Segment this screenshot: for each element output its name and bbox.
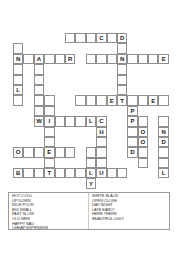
crossword-cell-empty[interactable] — [75, 116, 85, 126]
crossword-cell-letter[interactable]: N — [158, 127, 168, 137]
crossword-cell-empty[interactable] — [96, 137, 106, 147]
crossword-cell-empty[interactable] — [55, 168, 65, 178]
crossword-cell-empty[interactable] — [127, 54, 137, 64]
crossword-cell-empty[interactable] — [107, 54, 117, 64]
crossword-cell-letter[interactable]: E — [44, 147, 54, 157]
crossword-cell-empty[interactable] — [158, 95, 168, 105]
crossword-cell-letter[interactable]: U — [96, 168, 106, 178]
crossword-cell-empty[interactable] — [117, 168, 127, 178]
word-list-item: CHEAP EXPENSIVE — [12, 226, 88, 231]
crossword-cell-empty[interactable] — [96, 95, 106, 105]
crossword-cell-empty[interactable] — [117, 43, 127, 53]
crossword-cell-empty[interactable] — [86, 33, 96, 43]
crossword-cell-empty[interactable] — [55, 147, 65, 157]
crossword-cell-empty[interactable] — [13, 95, 23, 105]
crossword-cell-empty[interactable] — [127, 95, 137, 105]
crossword-cell-empty[interactable] — [55, 54, 65, 64]
crossword-cell-empty[interactable] — [75, 33, 85, 43]
crossword-cell-empty[interactable] — [158, 147, 168, 157]
crossword-cell-letter[interactable]: L — [158, 168, 168, 178]
crossword-cell-letter[interactable]: C — [96, 33, 106, 43]
crossword-cell-letter[interactable]: L — [86, 116, 96, 126]
crossword-cell-letter[interactable]: C — [96, 116, 106, 126]
crossword-cell-empty[interactable] — [23, 168, 33, 178]
crossword-cell-empty[interactable] — [96, 158, 106, 168]
crossword-cell-empty[interactable] — [44, 95, 54, 105]
crossword-cell-letter[interactable]: L — [13, 85, 23, 95]
crossword-cell-empty[interactable] — [34, 168, 44, 178]
crossword-cell-empty[interactable] — [13, 75, 23, 85]
crossword-cell-empty[interactable] — [34, 85, 44, 95]
crossword-cell-empty[interactable] — [65, 116, 75, 126]
crossword-cell-letter[interactable]: E — [158, 54, 168, 64]
crossword-cell-letter[interactable]: T — [44, 168, 54, 178]
crossword-cell-letter[interactable]: E — [148, 95, 158, 105]
crossword-cell-empty[interactable] — [117, 75, 127, 85]
crossword-cell-empty[interactable] — [138, 54, 148, 64]
crossword-cell-empty[interactable] — [138, 147, 148, 157]
crossword-cell-empty[interactable] — [34, 64, 44, 74]
crossword-cell-empty[interactable] — [55, 116, 65, 126]
crossword-cell-letter[interactable]: A — [34, 54, 44, 64]
crossword-cell-empty[interactable] — [127, 127, 137, 137]
crossword-cell-letter[interactable]: O — [13, 147, 23, 157]
crossword-cell-empty[interactable] — [13, 43, 23, 53]
crossword-cell-empty[interactable] — [44, 106, 54, 116]
crossword-cell-empty[interactable] — [96, 147, 106, 157]
crossword-cell-empty[interactable] — [107, 168, 117, 178]
crossword-cell-letter[interactable]: H — [96, 127, 106, 137]
crossword-cell-empty[interactable] — [34, 147, 44, 157]
crossword-cell-empty[interactable] — [86, 158, 96, 168]
crossword-cell-letter[interactable]: D — [127, 147, 137, 157]
crossword-cell-empty[interactable] — [158, 116, 168, 126]
crossword-cell-letter[interactable]: Y — [86, 178, 96, 188]
word-list-item: BEAUTIFUL UGLY — [92, 217, 169, 222]
word-list-box: HOT COLDUP DOWNRICH POORBIG SMALLFAST SL… — [8, 192, 170, 230]
crossword-cell-empty[interactable] — [127, 137, 137, 147]
crossword-cell-empty[interactable] — [96, 54, 106, 64]
crossword-cell-letter[interactable]: B — [13, 168, 23, 178]
crossword-cell-empty[interactable] — [65, 33, 75, 43]
crossword-cell-letter[interactable]: D — [158, 137, 168, 147]
crossword-cell-letter[interactable]: D — [117, 33, 127, 43]
crossword-cell-empty[interactable] — [86, 147, 96, 157]
crossword-cell-empty[interactable] — [44, 54, 54, 64]
crossword-worksheet-page: { "game": "crossword", "worksheet": { "k… — [0, 0, 180, 255]
crossword-cell-letter[interactable]: O — [138, 127, 148, 137]
crossword-cell-letter[interactable]: W — [34, 116, 44, 126]
crossword-cell-empty[interactable] — [65, 168, 75, 178]
crossword-cell-letter[interactable]: O — [138, 137, 148, 147]
crossword-cell-empty[interactable] — [44, 137, 54, 147]
crossword-cell-empty[interactable] — [44, 127, 54, 137]
crossword-cell-empty[interactable] — [138, 95, 148, 105]
crossword-cell-letter[interactable]: L — [86, 168, 96, 178]
crossword-cell-letter[interactable]: T — [117, 95, 127, 105]
crossword-cell-empty[interactable] — [117, 64, 127, 74]
crossword-cell-letter[interactable]: R — [65, 54, 75, 64]
crossword-cell-empty[interactable] — [86, 95, 96, 105]
crossword-cell-empty[interactable] — [23, 54, 33, 64]
crossword-cell-empty[interactable] — [13, 64, 23, 74]
crossword-cell-empty[interactable] — [107, 33, 117, 43]
crossword-cell-letter[interactable]: P — [127, 106, 137, 116]
crossword-cell-empty[interactable] — [34, 106, 44, 116]
crossword-cell-empty[interactable] — [158, 158, 168, 168]
crossword-cell-letter[interactable]: P — [127, 116, 137, 126]
crossword-cell-empty[interactable] — [86, 54, 96, 64]
crossword-grid: CDNARNELETEPWILCPHONODOEDBTLULY — [13, 33, 179, 189]
crossword-cell-letter[interactable]: I — [44, 116, 54, 126]
crossword-cell-empty[interactable] — [148, 54, 158, 64]
crossword-cell-empty[interactable] — [117, 85, 127, 95]
crossword-cell-letter[interactable]: E — [107, 95, 117, 105]
crossword-cell-empty[interactable] — [138, 116, 148, 126]
crossword-cell-empty[interactable] — [65, 147, 75, 157]
crossword-cell-empty[interactable] — [44, 158, 54, 168]
crossword-cell-letter[interactable]: N — [13, 54, 23, 64]
crossword-cell-empty[interactable] — [34, 95, 44, 105]
crossword-cell-empty[interactable] — [34, 75, 44, 85]
word-list-column-left: HOT COLDUP DOWNRICH POORBIG SMALLFAST SL… — [9, 193, 89, 229]
crossword-cell-empty[interactable] — [75, 168, 85, 178]
crossword-cell-letter[interactable]: N — [117, 54, 127, 64]
crossword-cell-empty[interactable] — [75, 95, 85, 105]
crossword-cell-empty[interactable] — [23, 147, 33, 157]
word-list-column-right: WHITE BLACKOPEN CLOSEDAY NIGHTLATE EARLY… — [89, 193, 169, 229]
crossword-cell-empty[interactable] — [138, 158, 148, 168]
